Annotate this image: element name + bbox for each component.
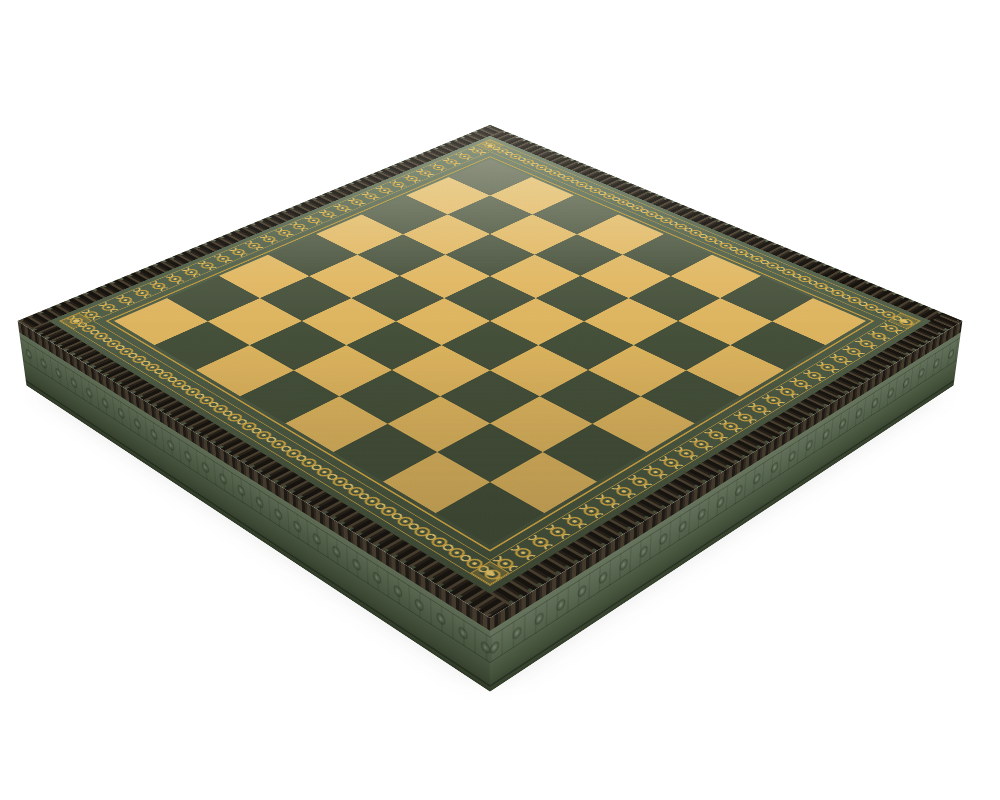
product-photo-scene xyxy=(0,0,1000,800)
chess-board-assembly xyxy=(18,125,963,618)
